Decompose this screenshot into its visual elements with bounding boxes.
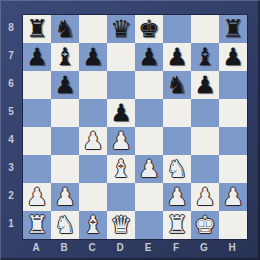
rank-label: 3 — [0, 154, 22, 182]
square-f5[interactable] — [163, 99, 191, 127]
square-a2[interactable]: ♟ — [23, 183, 51, 211]
square-e6[interactable] — [135, 71, 163, 99]
white-bishop-piece: ♝ — [107, 155, 135, 183]
rank-label: 8 — [0, 14, 22, 42]
black-rook-piece: ♜ — [219, 15, 247, 43]
square-a8[interactable]: ♜ — [23, 15, 51, 43]
white-knight-piece: ♞ — [51, 211, 79, 239]
square-a3[interactable] — [23, 155, 51, 183]
square-h8[interactable]: ♜ — [219, 15, 247, 43]
white-pawn-piece: ♟ — [51, 183, 79, 211]
square-f4[interactable] — [163, 127, 191, 155]
black-knight-piece: ♞ — [163, 71, 191, 99]
square-d8[interactable]: ♛ — [107, 15, 135, 43]
file-label: E — [134, 239, 162, 259]
square-d1[interactable]: ♛ — [107, 211, 135, 239]
square-b1[interactable]: ♞ — [51, 211, 79, 239]
square-h3[interactable] — [219, 155, 247, 183]
rank-labels: 87654321 — [0, 14, 22, 238]
square-c4[interactable]: ♟ — [79, 127, 107, 155]
square-e4[interactable] — [135, 127, 163, 155]
square-f3[interactable]: ♞ — [163, 155, 191, 183]
black-knight-piece: ♞ — [51, 15, 79, 43]
white-queen-piece: ♛ — [107, 211, 135, 239]
square-c5[interactable] — [79, 99, 107, 127]
square-g8[interactable] — [191, 15, 219, 43]
square-d6[interactable] — [107, 71, 135, 99]
file-label: A — [22, 239, 50, 259]
square-d4[interactable]: ♟ — [107, 127, 135, 155]
square-b8[interactable]: ♞ — [51, 15, 79, 43]
white-rook-piece: ♜ — [23, 211, 51, 239]
white-pawn-piece: ♟ — [23, 183, 51, 211]
black-queen-piece: ♛ — [107, 15, 135, 43]
square-d2[interactable] — [107, 183, 135, 211]
square-g1[interactable]: ♚ — [191, 211, 219, 239]
white-pawn-piece: ♟ — [79, 127, 107, 155]
square-h7[interactable]: ♟ — [219, 43, 247, 71]
file-label: F — [162, 239, 190, 259]
black-king-piece: ♚ — [135, 15, 163, 43]
rank-label: 2 — [0, 182, 22, 210]
square-d3[interactable]: ♝ — [107, 155, 135, 183]
file-label: H — [218, 239, 246, 259]
square-b4[interactable] — [51, 127, 79, 155]
square-f6[interactable]: ♞ — [163, 71, 191, 99]
rank-label: 4 — [0, 126, 22, 154]
black-rook-piece: ♜ — [23, 15, 51, 43]
white-pawn-piece: ♟ — [191, 183, 219, 211]
white-rook-piece: ♜ — [163, 211, 191, 239]
square-e3[interactable]: ♟ — [135, 155, 163, 183]
square-e1[interactable] — [135, 211, 163, 239]
rank-label: 5 — [0, 98, 22, 126]
black-pawn-piece: ♟ — [219, 43, 247, 71]
white-pawn-piece: ♟ — [107, 127, 135, 155]
square-h6[interactable] — [219, 71, 247, 99]
black-pawn-piece: ♟ — [135, 43, 163, 71]
file-label: D — [106, 239, 134, 259]
square-g3[interactable] — [191, 155, 219, 183]
black-pawn-piece: ♟ — [79, 43, 107, 71]
chess-board: ♜♞♛♚♜♟♝♟♟♟♝♟♟♞♟♟♟♟♝♟♞♟♟♟♟♟♜♞♝♛♜♚ — [22, 14, 248, 240]
square-f8[interactable] — [163, 15, 191, 43]
square-e7[interactable]: ♟ — [135, 43, 163, 71]
square-c1[interactable]: ♝ — [79, 211, 107, 239]
square-a7[interactable]: ♟ — [23, 43, 51, 71]
rank-label: 7 — [0, 42, 22, 70]
square-e8[interactable]: ♚ — [135, 15, 163, 43]
square-c7[interactable]: ♟ — [79, 43, 107, 71]
square-c2[interactable] — [79, 183, 107, 211]
square-b7[interactable]: ♝ — [51, 43, 79, 71]
square-h1[interactable] — [219, 211, 247, 239]
file-labels: ABCDEFGH — [22, 239, 248, 259]
square-b3[interactable] — [51, 155, 79, 183]
square-f1[interactable]: ♜ — [163, 211, 191, 239]
black-pawn-piece: ♟ — [51, 71, 79, 99]
rank-label: 6 — [0, 70, 22, 98]
black-bishop-piece: ♝ — [191, 43, 219, 71]
white-pawn-piece: ♟ — [219, 183, 247, 211]
square-e2[interactable] — [135, 183, 163, 211]
black-pawn-piece: ♟ — [107, 99, 135, 127]
square-b5[interactable] — [51, 99, 79, 127]
square-h5[interactable] — [219, 99, 247, 127]
square-d5[interactable]: ♟ — [107, 99, 135, 127]
file-label: C — [78, 239, 106, 259]
square-g2[interactable]: ♟ — [191, 183, 219, 211]
chessboard-frame: 87654321 ♜♞♛♚♜♟♝♟♟♟♝♟♟♞♟♟♟♟♝♟♞♟♟♟♟♟♜♞♝♛♜… — [0, 0, 260, 260]
square-g4[interactable] — [191, 127, 219, 155]
square-c6[interactable] — [79, 71, 107, 99]
square-c3[interactable] — [79, 155, 107, 183]
square-a6[interactable] — [23, 71, 51, 99]
white-pawn-piece: ♟ — [135, 155, 163, 183]
square-g6[interactable]: ♟ — [191, 71, 219, 99]
white-pawn-piece: ♟ — [163, 183, 191, 211]
square-g5[interactable] — [191, 99, 219, 127]
black-pawn-piece: ♟ — [191, 71, 219, 99]
white-knight-piece: ♞ — [163, 155, 191, 183]
file-label: G — [190, 239, 218, 259]
square-c8[interactable] — [79, 15, 107, 43]
white-bishop-piece: ♝ — [79, 211, 107, 239]
square-d7[interactable] — [107, 43, 135, 71]
square-b2[interactable]: ♟ — [51, 183, 79, 211]
file-label: B — [50, 239, 78, 259]
square-f2[interactable]: ♟ — [163, 183, 191, 211]
black-pawn-piece: ♟ — [163, 43, 191, 71]
square-b6[interactable]: ♟ — [51, 71, 79, 99]
black-pawn-piece: ♟ — [23, 43, 51, 71]
square-e5[interactable] — [135, 99, 163, 127]
square-a5[interactable] — [23, 99, 51, 127]
black-bishop-piece: ♝ — [51, 43, 79, 71]
square-h2[interactable]: ♟ — [219, 183, 247, 211]
white-king-piece: ♚ — [191, 211, 219, 239]
square-f7[interactable]: ♟ — [163, 43, 191, 71]
rank-label: 1 — [0, 210, 22, 238]
square-g7[interactable]: ♝ — [191, 43, 219, 71]
square-a4[interactable] — [23, 127, 51, 155]
square-a1[interactable]: ♜ — [23, 211, 51, 239]
square-h4[interactable] — [219, 127, 247, 155]
